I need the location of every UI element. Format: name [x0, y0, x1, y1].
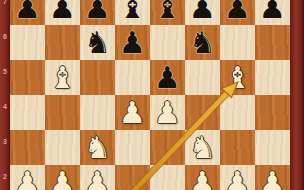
black-pawn-e5[interactable]: ♟ [154, 60, 181, 95]
square-a5[interactable] [10, 60, 45, 95]
chess-board-screenshot: ♜♛♚♜♟♟♟♝♝♟♟♟♞♟♞♝♟♝♟♟♞♞♟♟♟♟♟♟♜♛♚♜ 765432 [0, 0, 304, 190]
white-pawn-b2[interactable]: ♟ [49, 165, 76, 190]
black-pawn-a7[interactable]: ♟ [14, 0, 41, 25]
white-knight-c3[interactable]: ♞ [84, 130, 111, 165]
white-bishop-g5[interactable]: ♝ [224, 60, 251, 95]
square-e2[interactable] [150, 165, 185, 190]
square-h5[interactable] [255, 60, 290, 95]
square-f5[interactable] [185, 60, 220, 95]
square-c6[interactable]: ♞ [80, 25, 115, 60]
square-f6[interactable]: ♞ [185, 25, 220, 60]
white-bishop-b5[interactable]: ♝ [49, 60, 76, 95]
white-pawn-g2[interactable]: ♟ [224, 165, 251, 190]
black-knight-c6[interactable]: ♞ [84, 25, 111, 60]
white-pawn-e4[interactable]: ♟ [154, 95, 181, 130]
square-f4[interactable] [185, 95, 220, 130]
square-b4[interactable] [45, 95, 80, 130]
chess-board[interactable]: ♜♛♚♜♟♟♟♝♝♟♟♟♞♟♞♝♟♝♟♟♞♞♟♟♟♟♟♟♜♛♚♜ [10, 0, 290, 190]
white-pawn-d4[interactable]: ♟ [119, 95, 146, 130]
square-e5[interactable]: ♟ [150, 60, 185, 95]
square-c5[interactable] [80, 60, 115, 95]
square-f3[interactable]: ♞ [185, 130, 220, 165]
square-d7[interactable]: ♝ [115, 0, 150, 25]
square-g7[interactable]: ♟ [220, 0, 255, 25]
square-b2[interactable]: ♟ [45, 165, 80, 190]
black-pawn-b7[interactable]: ♟ [49, 0, 76, 25]
black-pawn-g7[interactable]: ♟ [224, 0, 251, 25]
square-g5[interactable]: ♝ [220, 60, 255, 95]
square-e6[interactable] [150, 25, 185, 60]
square-g3[interactable] [220, 130, 255, 165]
square-b7[interactable]: ♟ [45, 0, 80, 25]
square-c2[interactable]: ♟ [80, 165, 115, 190]
square-a2[interactable]: ♟ [10, 165, 45, 190]
square-a7[interactable]: ♟ [10, 0, 45, 25]
square-e7[interactable]: ♝ [150, 0, 185, 25]
rank-label-3: 3 [0, 138, 10, 146]
square-h2[interactable]: ♟ [255, 165, 290, 190]
square-g2[interactable]: ♟ [220, 165, 255, 190]
white-pawn-c2[interactable]: ♟ [84, 165, 111, 190]
white-pawn-a2[interactable]: ♟ [14, 165, 41, 190]
rank-label-7: 7 [0, 0, 10, 6]
square-a4[interactable] [10, 95, 45, 130]
square-d3[interactable] [115, 130, 150, 165]
square-e3[interactable] [150, 130, 185, 165]
square-d6[interactable]: ♟ [115, 25, 150, 60]
square-g4[interactable] [220, 95, 255, 130]
black-pawn-d6[interactable]: ♟ [119, 25, 146, 60]
square-a3[interactable] [10, 130, 45, 165]
black-knight-f6[interactable]: ♞ [189, 25, 216, 60]
square-c3[interactable]: ♞ [80, 130, 115, 165]
black-bishop-d7[interactable]: ♝ [119, 0, 146, 25]
square-h6[interactable] [255, 25, 290, 60]
black-pawn-c7[interactable]: ♟ [84, 0, 111, 25]
square-b5[interactable]: ♝ [45, 60, 80, 95]
white-pawn-f2[interactable]: ♟ [189, 165, 216, 190]
square-d2[interactable] [115, 165, 150, 190]
rank-label-6: 6 [0, 33, 10, 41]
black-pawn-f7[interactable]: ♟ [189, 0, 216, 25]
square-c4[interactable] [80, 95, 115, 130]
square-h7[interactable]: ♟ [255, 0, 290, 25]
board-frame-right [290, 0, 304, 190]
square-f2[interactable]: ♟ [185, 165, 220, 190]
white-pawn-h2[interactable]: ♟ [259, 165, 286, 190]
black-pawn-h7[interactable]: ♟ [259, 0, 286, 25]
square-d5[interactable] [115, 60, 150, 95]
square-c7[interactable]: ♟ [80, 0, 115, 25]
square-d4[interactable]: ♟ [115, 95, 150, 130]
square-b3[interactable] [45, 130, 80, 165]
square-b6[interactable] [45, 25, 80, 60]
white-knight-f3[interactable]: ♞ [189, 130, 216, 165]
square-e4[interactable]: ♟ [150, 95, 185, 130]
rank-label-4: 4 [0, 103, 10, 111]
rank-label-5: 5 [0, 68, 10, 76]
square-h4[interactable] [255, 95, 290, 130]
square-f7[interactable]: ♟ [185, 0, 220, 25]
rank-label-2: 2 [0, 173, 10, 181]
square-g6[interactable] [220, 25, 255, 60]
square-a6[interactable] [10, 25, 45, 60]
black-bishop-e7[interactable]: ♝ [154, 0, 181, 25]
board-frame-left [0, 0, 10, 190]
square-h3[interactable] [255, 130, 290, 165]
